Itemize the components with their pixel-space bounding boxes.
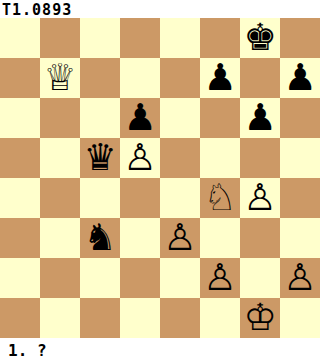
square-b7[interactable]: ♕ bbox=[40, 58, 80, 98]
square-a8[interactable] bbox=[0, 18, 40, 58]
black-pawn[interactable]: ♟ bbox=[123, 99, 156, 136]
square-b2[interactable] bbox=[40, 258, 80, 298]
square-h6[interactable] bbox=[280, 98, 320, 138]
square-g2[interactable] bbox=[240, 258, 280, 298]
square-a7[interactable] bbox=[0, 58, 40, 98]
square-f7[interactable]: ♟ bbox=[200, 58, 240, 98]
square-c1[interactable] bbox=[80, 298, 120, 338]
square-g7[interactable] bbox=[240, 58, 280, 98]
square-d5[interactable]: ♙ bbox=[120, 138, 160, 178]
move-prompt: 1. ? bbox=[0, 338, 320, 360]
square-b6[interactable] bbox=[40, 98, 80, 138]
square-b8[interactable] bbox=[40, 18, 80, 58]
white-king[interactable]: ♔ bbox=[243, 299, 276, 336]
white-pawn[interactable]: ♙ bbox=[203, 259, 236, 296]
square-f3[interactable] bbox=[200, 218, 240, 258]
square-b4[interactable] bbox=[40, 178, 80, 218]
chess-board: ♚♕♟♟♟♟♛♙♘♙♞♙♙♙♔ bbox=[0, 18, 320, 338]
square-b1[interactable] bbox=[40, 298, 80, 338]
square-c6[interactable] bbox=[80, 98, 120, 138]
square-a1[interactable] bbox=[0, 298, 40, 338]
square-g1[interactable]: ♔ bbox=[240, 298, 280, 338]
white-pawn[interactable]: ♙ bbox=[283, 259, 316, 296]
square-d3[interactable] bbox=[120, 218, 160, 258]
black-pawn[interactable]: ♟ bbox=[283, 59, 316, 96]
square-a5[interactable] bbox=[0, 138, 40, 178]
square-h8[interactable] bbox=[280, 18, 320, 58]
square-e2[interactable] bbox=[160, 258, 200, 298]
square-h4[interactable] bbox=[280, 178, 320, 218]
square-d4[interactable] bbox=[120, 178, 160, 218]
square-e6[interactable] bbox=[160, 98, 200, 138]
white-queen[interactable]: ♕ bbox=[43, 59, 76, 96]
square-c3[interactable]: ♞ bbox=[80, 218, 120, 258]
square-c4[interactable] bbox=[80, 178, 120, 218]
square-h5[interactable] bbox=[280, 138, 320, 178]
square-f4[interactable]: ♘ bbox=[200, 178, 240, 218]
square-f6[interactable] bbox=[200, 98, 240, 138]
square-h1[interactable] bbox=[280, 298, 320, 338]
square-e5[interactable] bbox=[160, 138, 200, 178]
square-d2[interactable] bbox=[120, 258, 160, 298]
square-e4[interactable] bbox=[160, 178, 200, 218]
black-queen[interactable]: ♛ bbox=[83, 139, 116, 176]
square-d8[interactable] bbox=[120, 18, 160, 58]
black-knight[interactable]: ♞ bbox=[83, 219, 116, 256]
square-b3[interactable] bbox=[40, 218, 80, 258]
square-g6[interactable]: ♟ bbox=[240, 98, 280, 138]
square-g3[interactable] bbox=[240, 218, 280, 258]
square-f8[interactable] bbox=[200, 18, 240, 58]
square-e7[interactable] bbox=[160, 58, 200, 98]
square-e1[interactable] bbox=[160, 298, 200, 338]
white-pawn[interactable]: ♙ bbox=[123, 139, 156, 176]
square-d6[interactable]: ♟ bbox=[120, 98, 160, 138]
black-pawn[interactable]: ♟ bbox=[203, 59, 236, 96]
square-d1[interactable] bbox=[120, 298, 160, 338]
square-c5[interactable]: ♛ bbox=[80, 138, 120, 178]
black-pawn[interactable]: ♟ bbox=[243, 99, 276, 136]
square-b5[interactable] bbox=[40, 138, 80, 178]
square-h3[interactable] bbox=[280, 218, 320, 258]
square-a4[interactable] bbox=[0, 178, 40, 218]
square-c7[interactable] bbox=[80, 58, 120, 98]
white-knight[interactable]: ♘ bbox=[203, 179, 236, 216]
square-a3[interactable] bbox=[0, 218, 40, 258]
square-h7[interactable]: ♟ bbox=[280, 58, 320, 98]
black-king[interactable]: ♚ bbox=[243, 19, 276, 56]
square-g8[interactable]: ♚ bbox=[240, 18, 280, 58]
square-f5[interactable] bbox=[200, 138, 240, 178]
white-pawn[interactable]: ♙ bbox=[163, 219, 196, 256]
square-c2[interactable] bbox=[80, 258, 120, 298]
square-d7[interactable] bbox=[120, 58, 160, 98]
square-c8[interactable] bbox=[80, 18, 120, 58]
square-a2[interactable] bbox=[0, 258, 40, 298]
puzzle-id: T1.0893 bbox=[0, 0, 320, 18]
square-h2[interactable]: ♙ bbox=[280, 258, 320, 298]
square-e8[interactable] bbox=[160, 18, 200, 58]
square-g4[interactable]: ♙ bbox=[240, 178, 280, 218]
white-pawn[interactable]: ♙ bbox=[243, 179, 276, 216]
chess-puzzle-page: T1.0893 ♚♕♟♟♟♟♛♙♘♙♞♙♙♙♔ 1. ? bbox=[0, 0, 320, 360]
square-f2[interactable]: ♙ bbox=[200, 258, 240, 298]
square-g5[interactable] bbox=[240, 138, 280, 178]
square-f1[interactable] bbox=[200, 298, 240, 338]
square-e3[interactable]: ♙ bbox=[160, 218, 200, 258]
square-a6[interactable] bbox=[0, 98, 40, 138]
